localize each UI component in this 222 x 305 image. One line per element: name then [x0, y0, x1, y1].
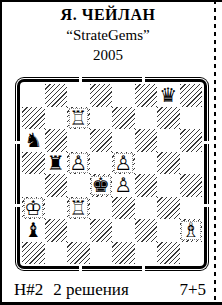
square-h4	[180, 174, 203, 197]
square-d1	[90, 242, 113, 265]
square-b7	[45, 107, 68, 130]
border-tick	[142, 265, 145, 275]
piece-white-king: ♔	[22, 197, 45, 220]
caption-row: H#22 решения 7+5	[14, 280, 206, 300]
source-publication: “StrateGems”	[2, 27, 214, 44]
square-g2	[157, 219, 180, 242]
square-d4: ♚	[90, 174, 113, 197]
caption-left: H#22 решения	[14, 280, 129, 300]
chessboard-frame: ♛♖♞♜♙♙♚♙♔♖♝♗	[17, 79, 207, 269]
square-b3	[45, 197, 68, 220]
page-edge-top	[0, 0, 222, 2]
square-c8	[67, 84, 90, 107]
square-g1	[157, 242, 180, 265]
square-h2: ♗	[180, 219, 203, 242]
square-f7	[135, 107, 158, 130]
square-b5: ♜	[45, 152, 68, 175]
border-tick	[203, 141, 213, 144]
square-h3	[180, 197, 203, 220]
square-a3: ♔	[22, 197, 45, 220]
piece-white-pawn: ♙	[67, 152, 90, 175]
square-f3	[135, 197, 158, 220]
border-tick	[79, 265, 82, 275]
square-a1	[22, 242, 45, 265]
border-tick	[11, 141, 21, 144]
square-a2: ♝	[22, 219, 45, 242]
square-g3	[157, 197, 180, 220]
border-tick	[79, 73, 82, 83]
square-c7: ♖	[67, 107, 90, 130]
square-e1	[112, 242, 135, 265]
piece-white-bishop: ♗	[180, 219, 203, 242]
square-h5	[180, 152, 203, 175]
piece-white-pawn: ♙	[112, 174, 135, 197]
square-a4	[22, 174, 45, 197]
square-f6	[135, 129, 158, 152]
problem-diagram-page: Я. ЧЕЙЛАН “StrateGems” 2005 ♛♖♞♜♙♙♚♙♔♖♝♗…	[0, 0, 222, 305]
square-c4	[67, 174, 90, 197]
material-count-label: 7+5	[179, 280, 206, 300]
square-f2	[135, 219, 158, 242]
square-f1	[135, 242, 158, 265]
square-e8	[112, 84, 135, 107]
square-e5: ♙	[112, 152, 135, 175]
border-tick	[142, 73, 145, 83]
square-h7	[180, 107, 203, 130]
square-h1	[180, 242, 203, 265]
square-d3	[90, 197, 113, 220]
square-c5: ♙	[67, 152, 90, 175]
publication-year: 2005	[2, 47, 214, 64]
square-e3	[112, 197, 135, 220]
page-edge-right-dashed	[214, 0, 216, 305]
square-h6	[180, 129, 203, 152]
stipulation-label: H#2	[14, 280, 43, 299]
border-tick	[11, 204, 21, 207]
square-f8	[135, 84, 158, 107]
square-d8	[90, 84, 113, 107]
square-d6	[90, 129, 113, 152]
piece-white-pawn: ♙	[112, 152, 135, 175]
square-e6	[112, 129, 135, 152]
square-h8	[180, 84, 203, 107]
square-f4	[135, 174, 158, 197]
square-b1	[45, 242, 68, 265]
piece-black-rook: ♜	[45, 152, 68, 175]
square-d5	[90, 152, 113, 175]
page-edge-left	[0, 0, 2, 305]
square-b6	[45, 129, 68, 152]
square-f5	[135, 152, 158, 175]
piece-black-knight: ♞	[22, 129, 45, 152]
square-a7	[22, 107, 45, 130]
square-a8	[22, 84, 45, 107]
piece-black-queen: ♛	[157, 84, 180, 107]
square-c1	[67, 242, 90, 265]
square-d7	[90, 107, 113, 130]
piece-black-king: ♚	[90, 174, 113, 197]
square-b4	[45, 174, 68, 197]
square-c6	[67, 129, 90, 152]
chessboard: ♛♖♞♜♙♙♚♙♔♖♝♗	[22, 84, 202, 264]
square-g6	[157, 129, 180, 152]
square-e7	[112, 107, 135, 130]
square-c2	[67, 219, 90, 242]
square-e4: ♙	[112, 174, 135, 197]
square-c3: ♖	[67, 197, 90, 220]
square-b2	[45, 219, 68, 242]
piece-white-rook: ♖	[67, 107, 90, 130]
square-b8	[45, 84, 68, 107]
square-g7	[157, 107, 180, 130]
piece-white-rook: ♖	[67, 197, 90, 220]
piece-black-bishop: ♝	[22, 219, 45, 242]
square-g8: ♛	[157, 84, 180, 107]
author-name: Я. ЧЕЙЛАН	[2, 6, 214, 24]
square-g4	[157, 174, 180, 197]
square-a6: ♞	[22, 129, 45, 152]
border-tick	[203, 204, 213, 207]
square-g5	[157, 152, 180, 175]
square-a5	[22, 152, 45, 175]
solutions-label: 2 решения	[53, 280, 128, 299]
square-d2	[90, 219, 113, 242]
square-e2	[112, 219, 135, 242]
